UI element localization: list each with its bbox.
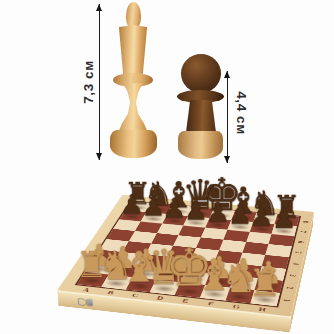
- measure-arrow-icon: [95, 4, 104, 160]
- white-rook: ♜: [248, 264, 281, 301]
- black-pawn: ♟: [249, 202, 274, 229]
- king-stem: [112, 83, 154, 132]
- chessboard: ♜♞♝♛♚♝♞♜♟♟♟♟♟♟♟♟♟♟♟♟♟♟♟♟♜♞♝♛♚♝♞♜ ABCDEFG…: [57, 195, 314, 317]
- pawn-head: [181, 54, 221, 93]
- chessboard-scene: ♜♞♝♛♚♝♞♜♟♟♟♟♟♟♟♟♟♟♟♟♟♟♟♟♜♞♝♛♚♝♞♜ ABCDEFG…: [57, 195, 314, 317]
- black-pawn: ♟: [184, 197, 208, 224]
- pawn-base: [178, 131, 223, 159]
- pawn-body: [185, 100, 217, 133]
- black-pawn: ♟: [205, 199, 229, 226]
- pawn-piece-photo: [177, 54, 225, 160]
- king-height-label: 7,3 см: [81, 60, 96, 104]
- measure-arrow-icon: [223, 71, 232, 163]
- latch-icon: [78, 297, 94, 307]
- black-pawn: ♟: [120, 191, 144, 218]
- product-image: 7,3 см 4,4 см ♜♞♝♛♚♝♞♜♟♟♟♟♟♟♟♟♟♟♟♟♟♟♟♟♜♞…: [0, 0, 334, 334]
- pawn-height-label: 4,4 см: [234, 91, 249, 135]
- rank-label-7: 7: [291, 228, 315, 235]
- square-h1: ♜: [251, 290, 280, 306]
- king-base: [110, 130, 157, 158]
- king-crown-cup: [117, 25, 149, 77]
- king-finial: [126, 2, 141, 29]
- king-piece-photo: [105, 2, 161, 158]
